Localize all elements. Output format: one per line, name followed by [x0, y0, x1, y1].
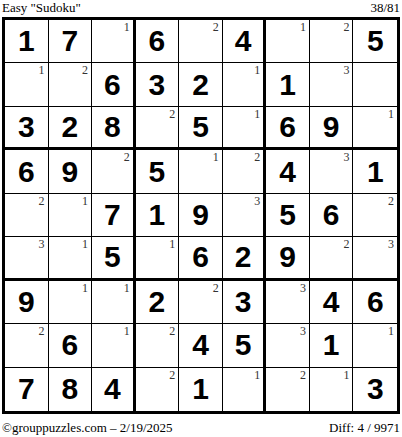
- cell-r5c6[interactable]: 3: [223, 194, 267, 237]
- cell-r5c3[interactable]: 7: [92, 194, 136, 237]
- cell-r7c6[interactable]: 3: [223, 281, 267, 324]
- cell-value: 8: [49, 368, 92, 411]
- cell-r1c4[interactable]: 6: [136, 20, 180, 63]
- cell-r8c2[interactable]: 6: [49, 324, 93, 367]
- cell-r8c6[interactable]: 5: [223, 324, 267, 367]
- cell-r4c3[interactable]: 2: [92, 150, 136, 193]
- cell-r8c5[interactable]: 4: [179, 324, 223, 367]
- cell-r6c4[interactable]: 1: [136, 237, 180, 280]
- cell-r8c8[interactable]: 1: [310, 324, 354, 367]
- pencil-mark: 1: [124, 20, 130, 34]
- cell-value: 5: [353, 20, 397, 62]
- pencil-mark: 2: [213, 281, 219, 295]
- cell-r9c6[interactable]: 1: [223, 368, 267, 411]
- cell-r6c3[interactable]: 5: [92, 237, 136, 280]
- pencil-mark: 2: [39, 194, 45, 208]
- cell-value: 5: [179, 107, 222, 147]
- cell-value: 6: [353, 281, 397, 323]
- cell-r6c7[interactable]: 9: [266, 237, 310, 280]
- cell-r1c8[interactable]: 2: [310, 20, 354, 63]
- pencil-mark: 2: [388, 194, 394, 208]
- cell-r7c4[interactable]: 2: [136, 281, 180, 324]
- cell-r4c5[interactable]: 1: [179, 150, 223, 193]
- cell-value: 9: [49, 150, 92, 192]
- cell-value: 7: [92, 194, 133, 236]
- cell-r7c7[interactable]: 3: [266, 281, 310, 324]
- pencil-mark: 2: [169, 324, 175, 338]
- cell-value: 6: [49, 324, 92, 366]
- cell-value: 6: [266, 107, 309, 147]
- cell-value: 1: [179, 368, 222, 411]
- cell-r3c2[interactable]: 2: [49, 107, 93, 150]
- cell-value: 8: [92, 107, 133, 147]
- cell-value: 3: [353, 368, 397, 411]
- cell-r5c9[interactable]: 2: [353, 194, 397, 237]
- pencil-mark: 2: [254, 150, 260, 164]
- cell-r5c7[interactable]: 5: [266, 194, 310, 237]
- pencil-mark: 2: [169, 107, 175, 121]
- cell-r2c8[interactable]: 3: [310, 63, 354, 106]
- cell-value: 2: [136, 281, 179, 323]
- pencil-mark: 3: [343, 150, 349, 164]
- cell-value: 6: [92, 63, 133, 105]
- sudoku-page: Easy "Sudoku" 38/81 17162412512632113328…: [0, 0, 402, 437]
- pencil-mark: 1: [124, 324, 130, 338]
- cell-r9c1[interactable]: 7: [5, 368, 49, 411]
- cell-value: 7: [5, 368, 48, 411]
- cell-r6c1[interactable]: 3: [5, 237, 49, 280]
- cell-r4c8[interactable]: 3: [310, 150, 354, 193]
- cell-r2c3[interactable]: 6: [92, 63, 136, 106]
- cell-value: 6: [310, 194, 353, 236]
- cell-r1c9[interactable]: 5: [353, 20, 397, 63]
- page-title: Easy "Sudoku": [2, 0, 81, 15]
- pencil-mark: 1: [254, 368, 260, 382]
- cell-value: 1: [136, 194, 179, 236]
- cell-r2c4[interactable]: 3: [136, 63, 180, 106]
- cell-r9c2[interactable]: 8: [49, 368, 93, 411]
- cell-r1c7[interactable]: 1: [266, 20, 310, 63]
- cell-r7c5[interactable]: 2: [179, 281, 223, 324]
- cell-value: 5: [223, 324, 264, 366]
- cell-value: 6: [5, 150, 48, 192]
- pencil-mark: 1: [343, 368, 349, 382]
- pencil-mark: 3: [39, 237, 45, 251]
- cell-r8c4[interactable]: 2: [136, 324, 180, 367]
- difficulty-text: Diff: 4 / 9971: [329, 420, 400, 435]
- pencil-mark: 1: [124, 281, 130, 295]
- cell-value: 9: [179, 194, 222, 236]
- pencil-mark: 1: [82, 194, 88, 208]
- cell-r7c2[interactable]: 1: [49, 281, 93, 324]
- pencil-mark: 3: [388, 237, 394, 251]
- cell-value: 5: [266, 194, 309, 236]
- cell-r3c6[interactable]: 1: [223, 107, 267, 150]
- pencil-mark: 2: [82, 63, 88, 77]
- cell-r3c4[interactable]: 2: [136, 107, 180, 150]
- cell-r6c6[interactable]: 2: [223, 237, 267, 280]
- cell-value: 3: [5, 107, 48, 147]
- pencil-mark: 2: [169, 368, 175, 382]
- cell-r6c5[interactable]: 6: [179, 237, 223, 280]
- pencil-mark: 1: [82, 281, 88, 295]
- cell-r1c1[interactable]: 1: [5, 20, 49, 63]
- cell-r4c4[interactable]: 5: [136, 150, 180, 193]
- cell-value: 2: [49, 107, 92, 147]
- cell-value: 9: [266, 237, 309, 277]
- cell-value: 5: [136, 150, 179, 192]
- header: Easy "Sudoku" 38/81: [2, 0, 400, 16]
- cell-r9c8[interactable]: 1: [310, 368, 354, 411]
- cell-value: 9: [310, 107, 353, 147]
- cell-value: 4: [179, 324, 222, 366]
- cell-r2c2[interactable]: 2: [49, 63, 93, 106]
- cell-r6c9[interactable]: 3: [353, 237, 397, 280]
- cell-r1c2[interactable]: 7: [49, 20, 93, 63]
- cell-r2c1[interactable]: 1: [5, 63, 49, 106]
- cell-r7c8[interactable]: 4: [310, 281, 354, 324]
- cell-value: 6: [136, 20, 179, 62]
- cell-r1c5[interactable]: 2: [179, 20, 223, 63]
- pencil-mark: 1: [388, 107, 394, 121]
- cell-r2c5[interactable]: 2: [179, 63, 223, 106]
- sudoku-board: 1716241251263211332825169169251243121719…: [2, 17, 400, 414]
- cell-r2c6[interactable]: 1: [223, 63, 267, 106]
- cell-r4c7[interactable]: 4: [266, 150, 310, 193]
- cell-value: 4: [266, 150, 309, 192]
- cell-value: 5: [92, 237, 133, 277]
- cell-r5c8[interactable]: 6: [310, 194, 354, 237]
- cell-r6c2[interactable]: 1: [49, 237, 93, 280]
- cell-value: 9: [5, 281, 48, 323]
- cell-r5c2[interactable]: 1: [49, 194, 93, 237]
- cell-r9c9[interactable]: 3: [353, 368, 397, 411]
- cell-value: 1: [5, 20, 48, 62]
- cell-r7c1[interactable]: 9: [5, 281, 49, 324]
- cell-r1c3[interactable]: 1: [92, 20, 136, 63]
- cell-r5c5[interactable]: 9: [179, 194, 223, 237]
- cell-value: 2: [223, 237, 264, 277]
- pencil-mark: 2: [300, 368, 306, 382]
- cell-r3c9[interactable]: 1: [353, 107, 397, 150]
- cell-r2c7[interactable]: 1: [266, 63, 310, 106]
- cell-r9c3[interactable]: 4: [92, 368, 136, 411]
- pencil-mark: 3: [343, 63, 349, 77]
- cell-r8c7[interactable]: 3: [266, 324, 310, 367]
- pencil-mark: 1: [254, 63, 260, 77]
- pencil-mark: 2: [124, 150, 130, 164]
- pencil-mark: 2: [39, 324, 45, 338]
- footer: ©grouppuzzles.com – 2/19/2025 Diff: 4 / …: [2, 419, 400, 435]
- pencil-mark: 1: [213, 150, 219, 164]
- cell-value: 1: [353, 150, 397, 192]
- cell-r7c9[interactable]: 6: [353, 281, 397, 324]
- cell-value: 4: [92, 368, 133, 411]
- cell-r4c1[interactable]: 6: [5, 150, 49, 193]
- pencil-mark: 1: [254, 107, 260, 121]
- cell-r9c4[interactable]: 2: [136, 368, 180, 411]
- pencil-mark: 1: [39, 63, 45, 77]
- cell-r3c5[interactable]: 5: [179, 107, 223, 150]
- pencil-mark: 3: [254, 194, 260, 208]
- cell-r8c1[interactable]: 2: [5, 324, 49, 367]
- pencil-mark: 3: [300, 324, 306, 338]
- cell-r2c9[interactable]: [353, 63, 397, 106]
- cell-value: 3: [223, 281, 264, 323]
- cell-r4c6[interactable]: 2: [223, 150, 267, 193]
- cell-value: 4: [310, 281, 353, 323]
- cell-r7c3[interactable]: 1: [92, 281, 136, 324]
- cell-r3c1[interactable]: 3: [5, 107, 49, 150]
- cell-r8c3[interactable]: 1: [92, 324, 136, 367]
- cell-r1c6[interactable]: 4: [223, 20, 267, 63]
- cell-value: 1: [266, 63, 309, 105]
- cell-r9c7[interactable]: 2: [266, 368, 310, 411]
- pencil-mark: 2: [213, 20, 219, 34]
- cell-r6c8[interactable]: 2: [310, 237, 354, 280]
- pencil-mark: 1: [82, 237, 88, 251]
- progress-counter: 38/81: [370, 0, 400, 15]
- cell-r3c8[interactable]: 9: [310, 107, 354, 150]
- cell-r4c9[interactable]: 1: [353, 150, 397, 193]
- pencil-mark: 1: [388, 324, 394, 338]
- cell-value: 7: [49, 20, 92, 62]
- cell-value: 3: [136, 63, 179, 105]
- pencil-mark: 1: [300, 20, 306, 34]
- cell-r5c1[interactable]: 2: [5, 194, 49, 237]
- cell-r3c7[interactable]: 6: [266, 107, 310, 150]
- copyright-text: ©grouppuzzles.com – 2/19/2025: [2, 420, 173, 435]
- cell-r4c2[interactable]: 9: [49, 150, 93, 193]
- cell-value: 4: [223, 20, 264, 62]
- pencil-mark: 2: [343, 20, 349, 34]
- cell-value: 6: [179, 237, 222, 277]
- cell-r9c5[interactable]: 1: [179, 368, 223, 411]
- pencil-mark: 3: [300, 281, 306, 295]
- cell-r3c3[interactable]: 8: [92, 107, 136, 150]
- cell-value: 1: [310, 324, 353, 366]
- pencil-mark: 1: [169, 237, 175, 251]
- cell-r5c4[interactable]: 1: [136, 194, 180, 237]
- cell-r8c9[interactable]: 1: [353, 324, 397, 367]
- cell-value: 2: [179, 63, 222, 105]
- pencil-mark: 2: [343, 237, 349, 251]
